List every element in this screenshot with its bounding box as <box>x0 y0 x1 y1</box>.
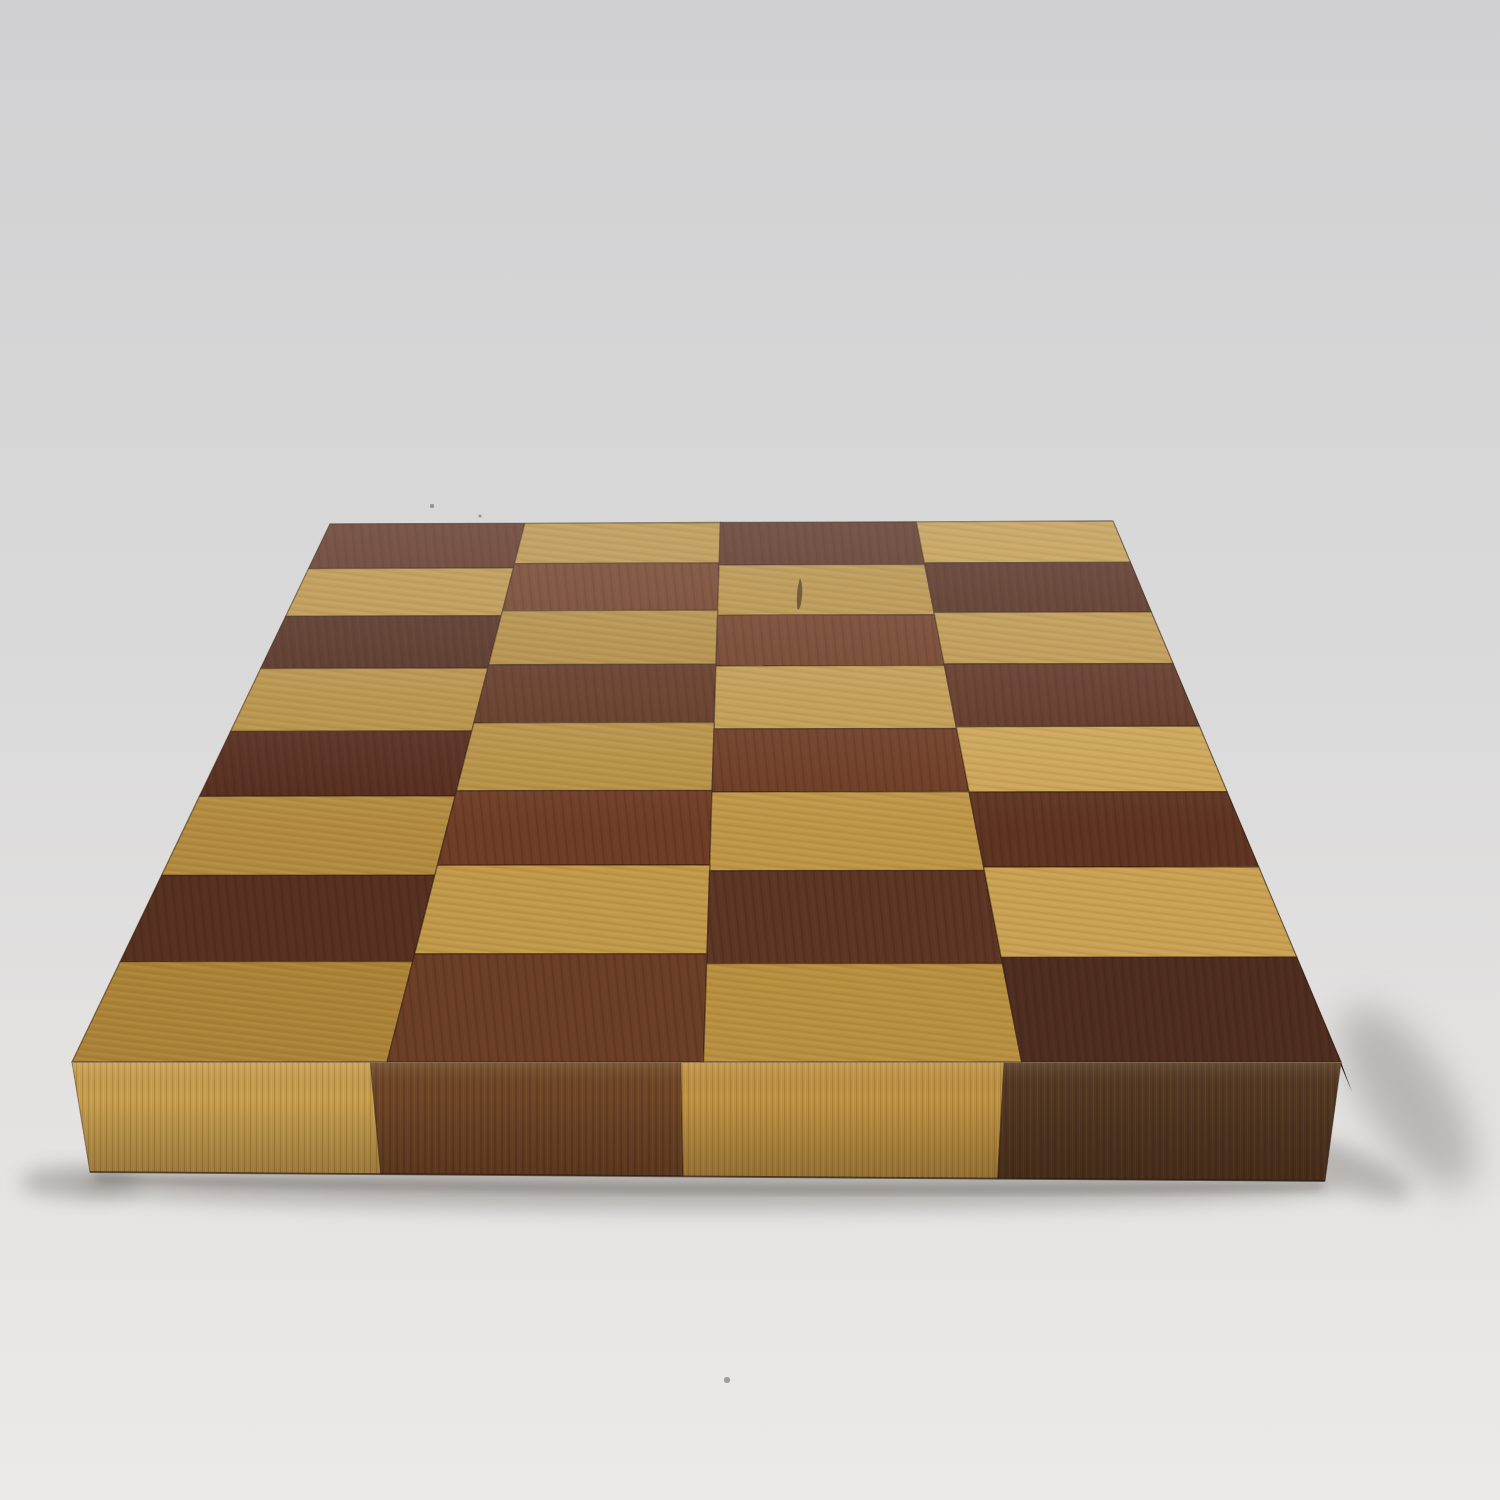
board-front-face <box>72 1062 1341 1181</box>
cutting-board-checkerboard-photo <box>0 0 1500 1500</box>
dust-speck-2 <box>479 515 482 518</box>
dust-speck-3 <box>724 1377 730 1383</box>
front-face-shading <box>72 1062 1341 1181</box>
dust-speck-1 <box>430 504 434 508</box>
